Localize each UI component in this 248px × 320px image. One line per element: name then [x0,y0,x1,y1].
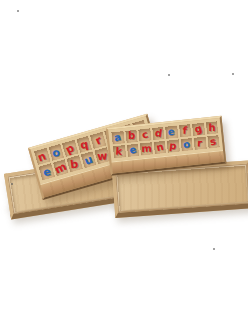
dust-speck [11,183,13,185]
letter-compartment: r [194,137,207,150]
letter-compartment: m [53,159,69,176]
letter-compartment: o [180,138,193,151]
letter-compartment: r [90,132,106,149]
wooden-letter-c: c [140,129,148,140]
letter-compartment: e [126,144,139,157]
letter-compartment: p [167,140,180,153]
wooden-letter-r: r [93,134,103,146]
letter-compartment: o [48,144,64,161]
dust-speck [168,74,170,76]
wooden-letter-m: m [141,144,152,154]
wooden-letter-p: p [64,142,76,155]
dust-speck [232,73,234,75]
letter-compartment: m [140,142,153,155]
wooden-letter-p: p [169,141,177,152]
letter-compartment: g [192,123,205,136]
letter-compartment: u [80,151,96,168]
wooden-letter-f: f [183,126,188,136]
wooden-letter-d: d [154,128,162,139]
letter-compartment: s [207,135,220,148]
wooden-letter-g: g [193,123,203,135]
letter-compartment: d [152,127,165,140]
wooden-letter-k: k [116,147,123,157]
wooden-letter-q: q [79,138,89,150]
wooden-letter-o: o [52,147,61,159]
letter-compartment: e [39,163,55,180]
wooden-letter-u: u [83,153,94,166]
product-photo-scene: nopqrsutembuwayz abcdefghkemnpors [0,0,248,320]
wooden-letter-b: b [70,158,79,170]
wooden-letter-e: e [42,166,51,178]
letter-compartment: p [62,140,78,157]
wooden-letter-b: b [128,131,135,141]
dust-speck [213,248,215,250]
wooden-letter-w: w [97,150,108,162]
letter-compartment: h [205,121,218,134]
wooden-letter-m: m [53,160,68,175]
wooden-letter-h: h [208,123,215,133]
letter-compartment: a [111,131,124,144]
wooden-letter-a: a [113,132,122,143]
wooden-letter-r: r [197,138,202,148]
letter-compartment: q [76,136,92,153]
dust-speck [17,10,19,12]
wooden-letter-e: e [167,127,176,138]
wooden-letter-o: o [182,139,191,150]
letter-compartment: f [179,124,192,137]
wooden-letter-s: s [209,136,217,147]
letter-compartment: c [138,128,151,141]
letter-compartment: b [66,155,82,172]
letter-compartment: n [34,148,50,165]
letter-compartment: n [153,141,166,154]
letter-compartment: b [125,130,138,143]
wooden-letter-n: n [155,142,164,153]
letter-compartment: k [113,145,126,158]
letter-compartment: e [165,126,178,139]
wooden-letter-n: n [36,150,47,163]
wooden-letter-e: e [128,144,138,156]
